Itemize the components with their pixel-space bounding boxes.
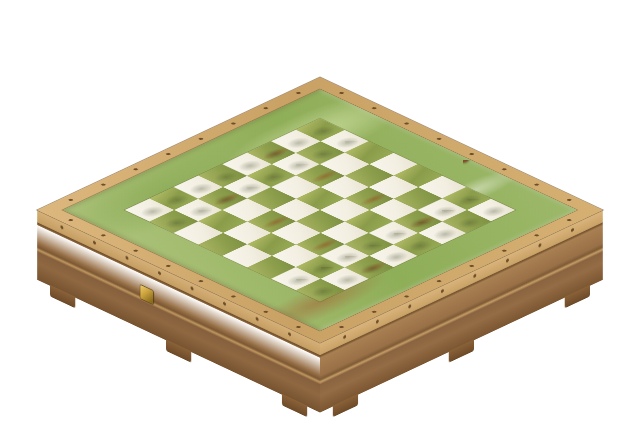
piece-glyph: ♟ — [108, 168, 241, 228]
brass-latch — [140, 285, 153, 304]
case-foot — [50, 285, 75, 308]
case-foot — [166, 339, 191, 362]
case-foot — [449, 339, 474, 362]
case-foot — [565, 285, 590, 308]
case-foot — [282, 394, 307, 417]
case-foot — [333, 394, 358, 417]
piece-glyph: ♜ — [254, 229, 387, 296]
case-top-rim: ♜♞♝♚♛♝♞♜♟♟♟♟♟♟♟♟♟♟♟♟♟♟♟♟♜♞♝♚♛♝♞♜ — [37, 77, 603, 343]
photo-stage: ♜♞♝♚♛♝♞♜♟♟♟♟♟♟♟♟♟♟♟♟♟♟♟♟♜♞♝♚♛♝♞♜ — [0, 0, 640, 426]
